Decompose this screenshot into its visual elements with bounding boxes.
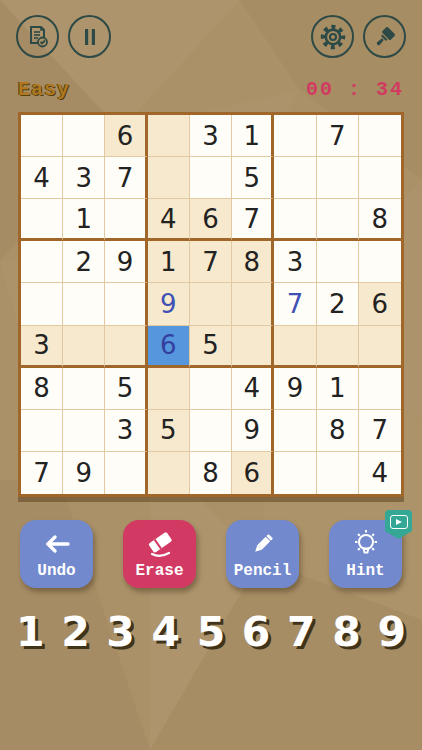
play-video-icon (390, 515, 408, 529)
cell-r8c9[interactable]: 7 (359, 410, 401, 452)
cell-r9c2[interactable]: 9 (63, 452, 105, 494)
cell-r6c1[interactable]: 3 (21, 326, 63, 368)
cell-r9c6[interactable]: 6 (232, 452, 274, 494)
numpad-key-2[interactable]: 2 (61, 608, 90, 657)
cell-r4c3[interactable]: 9 (105, 241, 147, 283)
numpad-key-3[interactable]: 3 (106, 608, 135, 657)
cell-r4c2[interactable]: 2 (63, 241, 105, 283)
cell-r3c2[interactable]: 1 (63, 199, 105, 241)
settings-button[interactable] (311, 15, 354, 58)
cell-r7c1[interactable]: 8 (21, 368, 63, 410)
cell-r9c3[interactable] (105, 452, 147, 494)
top-bar (16, 15, 406, 58)
new-game-button[interactable] (16, 15, 59, 58)
cell-r9c1[interactable]: 7 (21, 452, 63, 494)
cell-r6c3[interactable] (105, 326, 147, 368)
cell-r1c8[interactable]: 7 (317, 115, 359, 157)
cell-r1c9[interactable] (359, 115, 401, 157)
action-bar: Undo Erase Pencil (20, 520, 402, 588)
cell-r9c9[interactable]: 4 (359, 452, 401, 494)
numpad-key-8[interactable]: 8 (332, 608, 361, 657)
cell-r9c8[interactable] (317, 452, 359, 494)
cell-r3c3[interactable] (105, 199, 147, 241)
hint-button[interactable]: Hint (329, 520, 402, 588)
pause-button[interactable] (68, 15, 111, 58)
cell-r5c8[interactable]: 2 (317, 283, 359, 325)
number-pad: 123456789 (10, 608, 412, 657)
cell-r3c7[interactable] (274, 199, 316, 241)
numpad-key-5[interactable]: 5 (197, 608, 226, 657)
difficulty-label: Easy (18, 78, 70, 101)
cell-r2c2[interactable]: 3 (63, 157, 105, 199)
cell-r1c2[interactable] (63, 115, 105, 157)
cell-r1c4[interactable] (148, 115, 190, 157)
hint-label: Hint (346, 562, 384, 580)
cell-r4c6[interactable]: 8 (232, 241, 274, 283)
cell-r7c9[interactable] (359, 368, 401, 410)
cell-r3c5[interactable]: 6 (190, 199, 232, 241)
top-right-icons (311, 15, 406, 58)
cell-r2c8[interactable] (317, 157, 359, 199)
cell-r6c9[interactable] (359, 326, 401, 368)
cell-r8c4[interactable]: 5 (148, 410, 190, 452)
gear-icon (320, 24, 346, 50)
cell-r7c4[interactable] (148, 368, 190, 410)
numpad-key-6[interactable]: 6 (242, 608, 271, 657)
cell-r7c7[interactable]: 9 (274, 368, 316, 410)
cell-r8c8[interactable]: 8 (317, 410, 359, 452)
cell-r2c7[interactable] (274, 157, 316, 199)
eraser-icon (145, 529, 175, 559)
pencil-button[interactable]: Pencil (226, 520, 299, 588)
cell-r4c7[interactable]: 3 (274, 241, 316, 283)
erase-button[interactable]: Erase (123, 520, 196, 588)
pause-icon (79, 26, 101, 48)
cell-r3c8[interactable] (317, 199, 359, 241)
cell-r5c2[interactable] (63, 283, 105, 325)
cell-r4c8[interactable] (317, 241, 359, 283)
cell-r6c6[interactable] (232, 326, 274, 368)
cell-r2c9[interactable] (359, 157, 401, 199)
cell-r2c4[interactable] (148, 157, 190, 199)
cell-r3c6[interactable]: 7 (232, 199, 274, 241)
numpad-key-1[interactable]: 1 (16, 608, 45, 657)
cell-r8c3[interactable]: 3 (105, 410, 147, 452)
cell-r4c4[interactable]: 1 (148, 241, 190, 283)
theme-button[interactable] (363, 15, 406, 58)
cell-r4c9[interactable] (359, 241, 401, 283)
cell-r8c2[interactable] (63, 410, 105, 452)
top-left-icons (16, 15, 111, 58)
undo-button[interactable]: Undo (20, 520, 93, 588)
cell-r1c6[interactable]: 1 (232, 115, 274, 157)
cell-r6c8[interactable] (317, 326, 359, 368)
cell-r2c6[interactable]: 5 (232, 157, 274, 199)
cell-r2c5[interactable] (190, 157, 232, 199)
pencil-label: Pencil (234, 562, 292, 580)
cell-r3c9[interactable]: 8 (359, 199, 401, 241)
undo-label: Undo (37, 562, 75, 580)
cell-r4c5[interactable]: 7 (190, 241, 232, 283)
cell-r5c5[interactable] (190, 283, 232, 325)
cell-r8c6[interactable]: 9 (232, 410, 274, 452)
cell-r8c7[interactable] (274, 410, 316, 452)
cell-r5c3[interactable] (105, 283, 147, 325)
cell-r7c5[interactable] (190, 368, 232, 410)
numpad-key-9[interactable]: 9 (377, 608, 406, 657)
cell-r2c3[interactable]: 7 (105, 157, 147, 199)
undo-arrow-icon (42, 529, 72, 559)
cell-r6c2[interactable] (63, 326, 105, 368)
erase-label: Erase (135, 562, 183, 580)
numpad-key-4[interactable]: 4 (152, 608, 181, 657)
cell-r5c9[interactable]: 6 (359, 283, 401, 325)
document-check-icon (25, 24, 51, 50)
cell-r3c1[interactable] (21, 199, 63, 241)
cell-r7c6[interactable]: 4 (232, 368, 274, 410)
cell-r5c6[interactable] (232, 283, 274, 325)
cell-r7c8[interactable]: 1 (317, 368, 359, 410)
cell-r2c1[interactable]: 4 (21, 157, 63, 199)
sudoku-board: 6317437514678291783972636585491359877986… (18, 112, 404, 497)
cell-r4c1[interactable] (21, 241, 63, 283)
cell-r8c1[interactable] (21, 410, 63, 452)
numpad-key-7[interactable]: 7 (287, 608, 316, 657)
cell-r6c5[interactable]: 5 (190, 326, 232, 368)
cell-r5c4[interactable]: 9 (148, 283, 190, 325)
cell-r7c3[interactable]: 5 (105, 368, 147, 410)
cell-r3c4[interactable]: 4 (148, 199, 190, 241)
timer: 00 : 34 (306, 78, 404, 101)
pencil-icon (249, 529, 277, 559)
cell-r9c5[interactable]: 8 (190, 452, 232, 494)
cell-r1c7[interactable] (274, 115, 316, 157)
cell-r5c7[interactable]: 7 (274, 283, 316, 325)
cell-r6c4[interactable]: 6 (148, 326, 190, 368)
cell-r9c7[interactable] (274, 452, 316, 494)
cell-r6c7[interactable] (274, 326, 316, 368)
cell-r8c5[interactable] (190, 410, 232, 452)
cell-r7c2[interactable] (63, 368, 105, 410)
lightbulb-icon (350, 529, 382, 559)
cell-r5c1[interactable] (21, 283, 63, 325)
paintbrush-icon (372, 24, 398, 50)
cell-r1c5[interactable]: 3 (190, 115, 232, 157)
info-row: Easy 00 : 34 (18, 78, 404, 101)
cell-r9c4[interactable] (148, 452, 190, 494)
video-ad-badge (385, 510, 412, 539)
cell-r1c3[interactable]: 6 (105, 115, 147, 157)
cell-r1c1[interactable] (21, 115, 63, 157)
